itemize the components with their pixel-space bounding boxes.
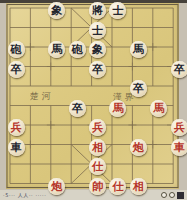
black-general[interactable]: 將 — [89, 2, 106, 19]
black-cannon[interactable]: 砲 — [69, 41, 86, 58]
black-advisor[interactable]: 士 — [109, 2, 126, 19]
black-cannon[interactable]: 砲 — [8, 41, 25, 58]
board-photo: 楚 河 漢 界 象將士士砲馬砲象馬卒卒卒卒卒車馬馬兵兵兵相炮車仕炮帥仕相 ·5·… — [0, 0, 187, 200]
black-soldier[interactable]: 卒 — [130, 80, 147, 97]
red-elephant[interactable]: 相 — [89, 139, 106, 156]
red-cannon[interactable]: 炮 — [130, 139, 147, 156]
red-advisor[interactable]: 仕 — [89, 158, 106, 175]
black-advisor[interactable]: 士 — [89, 22, 106, 39]
board-grid[interactable]: 象將士士砲馬砲象馬卒卒卒卒卒車馬馬兵兵兵相炮車仕炮帥仕相 — [6, 1, 187, 196]
red-soldier[interactable]: 兵 — [171, 119, 187, 136]
black-soldier[interactable]: 卒 — [89, 61, 106, 78]
black-elephant[interactable]: 象 — [89, 41, 106, 58]
black-horse[interactable]: 馬 — [130, 41, 147, 58]
red-elephant[interactable]: 相 — [130, 178, 147, 195]
red-soldier[interactable]: 兵 — [8, 119, 25, 136]
black-horse[interactable]: 馬 — [48, 41, 65, 58]
red-cannon[interactable]: 炮 — [48, 178, 65, 195]
red-chariot[interactable]: 車 — [171, 139, 187, 156]
red-general[interactable]: 帥 — [89, 178, 106, 195]
black-soldier[interactable]: 卒 — [8, 61, 25, 78]
red-horse[interactable]: 馬 — [150, 100, 167, 117]
red-advisor[interactable]: 仕 — [109, 178, 126, 195]
red-horse[interactable]: 馬 — [109, 100, 126, 117]
black-chariot[interactable]: 車 — [8, 139, 25, 156]
black-soldier[interactable]: 卒 — [171, 61, 187, 78]
black-soldier[interactable]: 卒 — [69, 100, 86, 117]
xiangqi-board[interactable]: 楚 河 漢 界 象將士士砲馬砲象馬卒卒卒卒卒車馬馬兵兵兵相炮車仕炮帥仕相 — [6, 3, 179, 189]
red-soldier[interactable]: 兵 — [89, 119, 106, 136]
black-elephant[interactable]: 象 — [48, 2, 65, 19]
